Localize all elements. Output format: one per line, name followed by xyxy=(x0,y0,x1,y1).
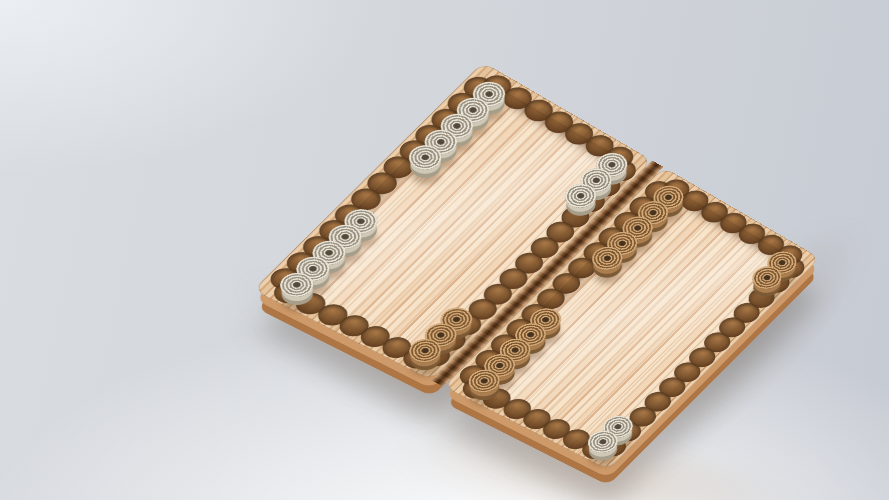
backgammon-board xyxy=(253,62,820,470)
render-scene xyxy=(0,0,889,500)
